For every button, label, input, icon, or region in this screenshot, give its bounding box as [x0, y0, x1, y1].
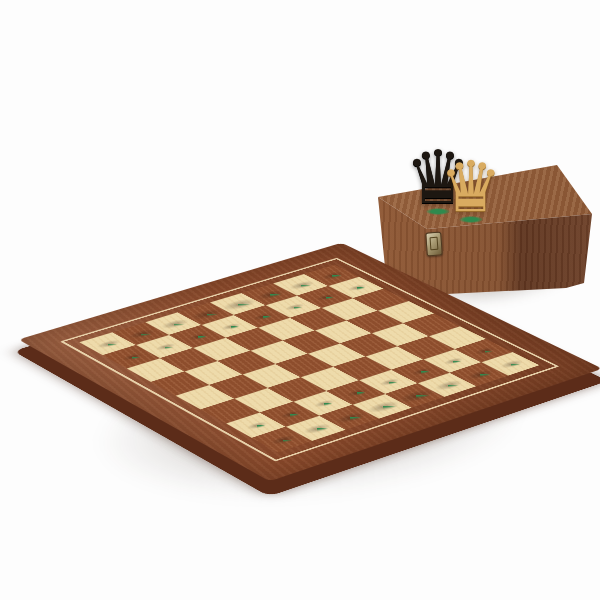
board-stage: ♜♞♝♛♚♝♞♜♟♟♟♟♟♟♟♟♟♟♟♟♟♟♟♟♜♞♝♛♚♝♞♜: [0, 0, 600, 600]
chess-board: ♜♞♝♛♚♝♞♜♟♟♟♟♟♟♟♟♟♟♟♟♟♟♟♟♜♞♝♛♚♝♞♜: [18, 243, 600, 482]
black-pawn-glyph: ♟: [61, 300, 201, 357]
chess-set-photo: ♛ ♛ ♜♞♝♛♚♝♞♜♟♟♟♟♟♟♟♟♟♟♟♟♟♟♟♟♜♞♝♛♚♝♞♜: [0, 0, 600, 600]
white-rook-glyph: ♜: [209, 370, 356, 440]
